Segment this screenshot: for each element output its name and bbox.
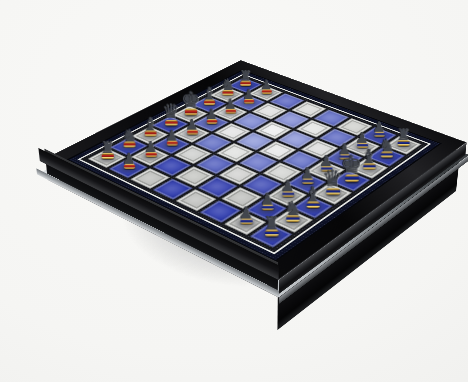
piece-base <box>264 229 278 236</box>
piece-base <box>239 218 251 224</box>
chess-set: ♜♞♝♛♚♝♞♜♟♟♟♟♟♟♟♟♟♟♟♟♟♟♟♟♜♞♝♛♚♝♞♜ <box>39 60 466 280</box>
camera-stage: ♜♞♝♛♚♝♞♜♟♟♟♟♟♟♟♟♟♟♟♟♟♟♟♟♜♞♝♛♚♝♞♜ <box>0 0 468 382</box>
piece-base <box>122 163 133 168</box>
product-photo-scene: ♜♞♝♛♚♝♞♜♟♟♟♟♟♟♟♟♟♟♟♟♟♟♟♟♜♞♝♛♚♝♞♜ <box>0 0 468 382</box>
piece-figure: ♟ <box>110 151 145 169</box>
piece-figure: ♜ <box>251 214 289 236</box>
